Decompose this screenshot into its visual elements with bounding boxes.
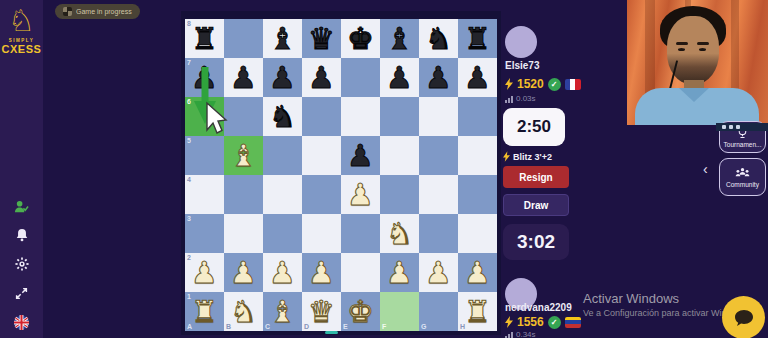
notifications-bell-icon[interactable] [14, 227, 30, 243]
square-g2[interactable]: ♟ [419, 253, 458, 292]
square-d5[interactable] [302, 136, 341, 175]
square-f5[interactable] [380, 136, 419, 175]
white-pawn-c2: ♟ [269, 258, 296, 288]
black-rook-a8: ♜ [191, 24, 218, 54]
draw-button[interactable]: Draw [503, 194, 569, 216]
file-label: G [421, 323, 426, 330]
square-a1[interactable]: 1A♜ [185, 292, 224, 331]
community-people-icon [735, 167, 750, 179]
square-e5[interactable]: ♟ [341, 136, 380, 175]
square-g4[interactable] [419, 175, 458, 214]
left-sidebar: ♘ SIMPLY CXESS [0, 0, 43, 338]
white-bishop-c1: ♝ [269, 297, 296, 327]
lightning-icon [503, 151, 510, 162]
game-status-label: Game in progress [76, 8, 132, 15]
square-a5[interactable]: 5 [185, 136, 224, 175]
square-d3[interactable] [302, 214, 341, 253]
rank-label: 5 [187, 137, 191, 144]
community-label: Community [726, 181, 759, 188]
square-f7[interactable]: ♟ [380, 58, 419, 97]
square-a8[interactable]: 8♜ [185, 19, 224, 58]
square-f3[interactable]: ♞ [380, 214, 419, 253]
rank-label: 8 [187, 20, 191, 27]
square-a6[interactable]: 6 [185, 97, 224, 136]
resign-button[interactable]: Resign [503, 166, 569, 188]
white-queen-d1: ♛ [308, 297, 335, 327]
square-h5[interactable] [458, 136, 497, 175]
square-c8[interactable]: ♝ [263, 19, 302, 58]
square-g8[interactable]: ♞ [419, 19, 458, 58]
file-label: C [265, 323, 270, 330]
square-f1[interactable]: F [380, 292, 419, 331]
white-knight-b1: ♞ [230, 297, 257, 327]
verified-badge-icon: ✓ [548, 316, 561, 329]
rank-label: 4 [187, 176, 191, 183]
square-a7[interactable]: 7♟ [185, 58, 224, 97]
black-bishop-f8: ♝ [386, 24, 413, 54]
lightning-icon [505, 78, 513, 90]
flag-france-icon [565, 79, 581, 90]
white-bishop-b5: ♝ [230, 141, 257, 171]
black-bishop-c8: ♝ [269, 24, 296, 54]
square-d4[interactable] [302, 175, 341, 214]
language-flag-icon[interactable] [14, 314, 30, 330]
square-f6[interactable] [380, 97, 419, 136]
black-knight-c6: ♞ [269, 102, 296, 132]
square-d7[interactable]: ♟ [302, 58, 341, 97]
square-b5[interactable]: ♝ [224, 136, 263, 175]
black-king-e8: ♚ [347, 24, 374, 54]
black-pawn-e5: ♟ [347, 141, 374, 171]
square-e2[interactable] [341, 253, 380, 292]
square-f8[interactable]: ♝ [380, 19, 419, 58]
square-g7[interactable]: ♟ [419, 58, 458, 97]
black-pawn-h7: ♟ [464, 63, 491, 93]
square-b6[interactable] [224, 97, 263, 136]
fullscreen-expand-icon[interactable] [14, 285, 30, 301]
white-pawn-b2: ♟ [230, 258, 257, 288]
file-label: F [382, 323, 386, 330]
square-g6[interactable] [419, 97, 458, 136]
black-pawn-b7: ♟ [230, 63, 257, 93]
bottom-player-rating: 1556 [517, 315, 544, 329]
white-rook-a1: ♜ [191, 297, 218, 327]
square-c6[interactable]: ♞ [263, 97, 302, 136]
rank-label: 1 [187, 293, 191, 300]
white-pawn-h2: ♟ [464, 258, 491, 288]
square-b2[interactable]: ♟ [224, 253, 263, 292]
white-pawn-f2: ♟ [386, 258, 413, 288]
windows-activation-subtitle: Ve a Configuración para activar Window [583, 308, 743, 318]
player-clock: 3:02 [503, 224, 569, 260]
top-player-name[interactable]: Elsie73 [505, 60, 539, 71]
logo-title: CXESS [0, 43, 43, 55]
windows-activation-title: Activar Windows [583, 291, 679, 306]
square-e6[interactable] [341, 97, 380, 136]
file-label: E [343, 323, 348, 330]
square-d6[interactable] [302, 97, 341, 136]
rank-label: 2 [187, 254, 191, 261]
square-d8[interactable]: ♛ [302, 19, 341, 58]
time-control-label: Blitz 3'+2 [503, 151, 552, 162]
file-label: B [226, 323, 231, 330]
file-label: D [304, 323, 309, 330]
tournaments-label: Tournamen... [724, 141, 762, 148]
square-c4[interactable] [263, 175, 302, 214]
square-h1[interactable]: H♜ [458, 292, 497, 331]
board-grid-icon [63, 7, 72, 16]
square-c2[interactable]: ♟ [263, 253, 302, 292]
top-latency-value: 0.03s [516, 94, 536, 103]
bottom-latency-value: 0.34s [516, 330, 536, 338]
top-player-latency: 0.03s [505, 94, 536, 103]
file-label: H [460, 323, 465, 330]
square-f2[interactable]: ♟ [380, 253, 419, 292]
bottom-player-rating-row: 1556 ✓ [505, 315, 581, 329]
rail-collapse-chevron[interactable]: ‹ [703, 161, 708, 177]
square-h7[interactable]: ♟ [458, 58, 497, 97]
square-b4[interactable] [224, 175, 263, 214]
top-player-rating: 1520 [517, 77, 544, 91]
square-e1[interactable]: E♚ [341, 292, 380, 331]
community-button[interactable]: Community [719, 158, 766, 196]
square-b1[interactable]: B♞ [224, 292, 263, 331]
square-g1[interactable]: G [419, 292, 458, 331]
square-e3[interactable] [341, 214, 380, 253]
white-pawn-e4: ♟ [347, 180, 374, 210]
white-rook-h1: ♜ [464, 297, 491, 327]
top-player-rating-row: 1520 ✓ [505, 77, 581, 91]
file-label: A [187, 323, 192, 330]
square-b7[interactable]: ♟ [224, 58, 263, 97]
square-b3[interactable] [224, 214, 263, 253]
rank-label: 7 [187, 59, 191, 66]
app-logo: ♘ SIMPLY CXESS [0, 4, 43, 55]
white-king-e1: ♚ [347, 297, 374, 327]
white-pawn-d2: ♟ [308, 258, 335, 288]
game-status-pill[interactable]: Game in progress [55, 4, 140, 19]
bottom-player-latency: 0.34s [505, 330, 536, 338]
black-pawn-g7: ♟ [425, 63, 452, 93]
square-h8[interactable]: ♜ [458, 19, 497, 58]
opponent-clock: 2:50 [503, 108, 565, 146]
square-e8[interactable]: ♚ [341, 19, 380, 58]
square-b8[interactable] [224, 19, 263, 58]
square-e7[interactable] [341, 58, 380, 97]
square-a4[interactable]: 4 [185, 175, 224, 214]
white-knight-f3: ♞ [386, 219, 413, 249]
time-control-value: Blitz 3'+2 [513, 152, 552, 162]
square-c1[interactable]: C♝ [263, 292, 302, 331]
settings-gear-icon[interactable] [14, 256, 30, 272]
top-player-avatar[interactable] [505, 26, 537, 58]
lightning-icon [505, 316, 513, 328]
square-g5[interactable] [419, 136, 458, 175]
white-pawn-g2: ♟ [425, 258, 452, 288]
square-d1[interactable]: D♛ [302, 292, 341, 331]
square-g3[interactable] [419, 214, 458, 253]
taskbar-sliver [716, 123, 768, 131]
signal-bars-icon [505, 96, 513, 103]
black-pawn-c7: ♟ [269, 63, 296, 93]
square-a2[interactable]: 2♟ [185, 253, 224, 292]
app-window: ♘ SIMPLY CXESS Game in progress [0, 0, 768, 338]
flag-venezuela-icon [565, 317, 581, 328]
chat-button[interactable] [722, 296, 765, 338]
black-rook-h8: ♜ [464, 24, 491, 54]
signal-bars-icon [505, 332, 513, 338]
square-a3[interactable]: 3 [185, 214, 224, 253]
black-pawn-a7: ♟ [191, 63, 218, 93]
black-knight-g8: ♞ [425, 24, 452, 54]
square-c5[interactable] [263, 136, 302, 175]
webcam-video [627, 0, 768, 125]
black-queen-d8: ♛ [308, 24, 335, 54]
black-pawn-d7: ♟ [308, 63, 335, 93]
square-e4[interactable]: ♟ [341, 175, 380, 214]
square-d2[interactable]: ♟ [302, 253, 341, 292]
chat-bubble-icon [733, 308, 755, 328]
bottom-player-name[interactable]: nerdvana2209 [505, 302, 572, 313]
chess-board: 8♜♝♛♚♝♞♜7♟♟♟♟♟♟♟6♞5♝♟4♟3♞2♟♟♟♟♟♟♟1A♜B♞C♝… [185, 19, 497, 331]
verified-badge-icon: ✓ [548, 78, 561, 91]
square-f4[interactable] [380, 175, 419, 214]
black-pawn-f7: ♟ [386, 63, 413, 93]
online-status-icon[interactable] [14, 198, 30, 214]
square-h2[interactable]: ♟ [458, 253, 497, 292]
square-c7[interactable]: ♟ [263, 58, 302, 97]
square-c3[interactable] [263, 214, 302, 253]
logo-knight-icon: ♘ [0, 4, 43, 38]
square-h4[interactable] [458, 175, 497, 214]
rank-label: 3 [187, 215, 191, 222]
board-drag-handle[interactable] [325, 331, 338, 334]
square-h6[interactable] [458, 97, 497, 136]
white-pawn-a2: ♟ [191, 258, 218, 288]
rank-label: 6 [187, 98, 191, 105]
square-h3[interactable] [458, 214, 497, 253]
